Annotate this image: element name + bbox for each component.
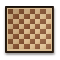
chessboard-inlay-border [7,8,52,51]
square-h1 [46,44,51,49]
product-photo-empty-chessboard [0,0,60,60]
chessboard-grid [8,9,51,49]
chessboard-frame [5,6,54,53]
